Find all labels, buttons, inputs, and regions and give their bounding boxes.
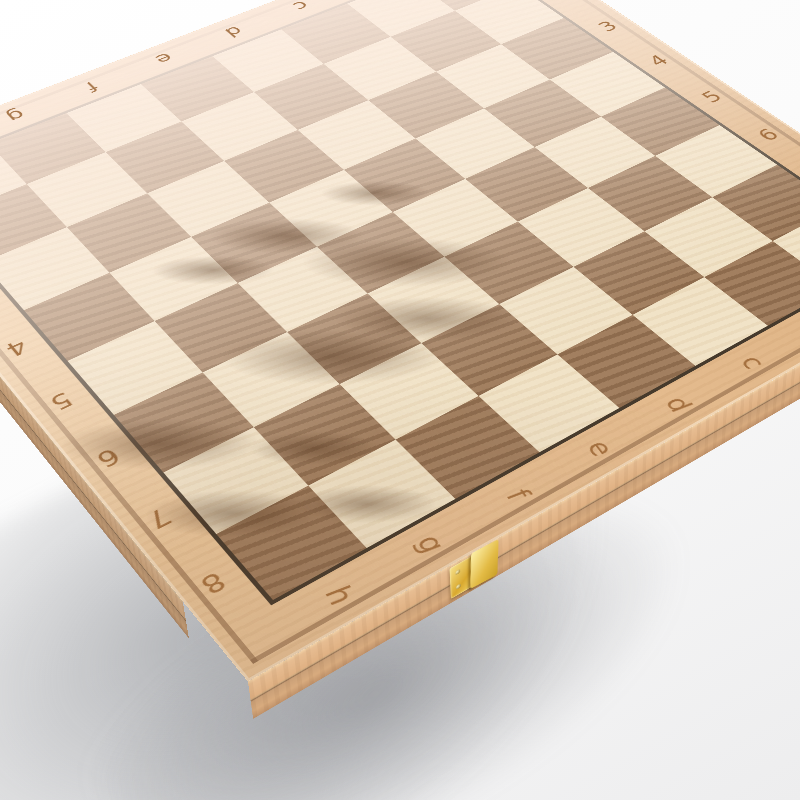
file-label-g: g — [409, 530, 453, 558]
far-rank-label-6: 6 — [752, 125, 785, 145]
scene: hgfedcbahgfedcba1234567812345678♟♝♚♞♛♚♛♟… — [0, 0, 800, 800]
far-file-label-e: e — [151, 50, 178, 68]
far-file-label-f: f — [81, 79, 103, 95]
far-rank-label-2: 2 — [545, 0, 573, 2]
white-rook[interactable]: ♜ — [155, 285, 351, 503]
file-label-f: f — [499, 485, 538, 505]
far-file-label-g: g — [2, 106, 30, 125]
file-label-c: c — [734, 352, 772, 373]
far-file-label-c: c — [288, 0, 314, 14]
